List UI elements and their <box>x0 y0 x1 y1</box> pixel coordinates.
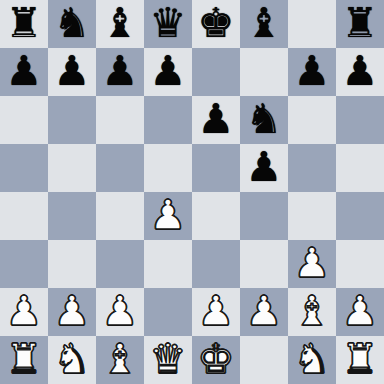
square-a5[interactable] <box>0 144 48 192</box>
square-b8[interactable]: ♞ <box>48 0 96 48</box>
square-d5[interactable] <box>144 144 192 192</box>
piece-black-pawn[interactable]: ♟ <box>342 47 379 95</box>
piece-black-knight[interactable]: ♞ <box>246 95 283 143</box>
square-h5[interactable] <box>336 144 384 192</box>
square-e5[interactable] <box>192 144 240 192</box>
piece-white-pawn[interactable]: ♟ <box>246 287 283 335</box>
piece-white-knight[interactable]: ♞ <box>294 335 331 383</box>
square-f8[interactable]: ♝ <box>240 0 288 48</box>
square-a1[interactable]: ♜ <box>0 336 48 384</box>
square-b4[interactable] <box>48 192 96 240</box>
square-g1[interactable]: ♞ <box>288 336 336 384</box>
square-d7[interactable]: ♟ <box>144 48 192 96</box>
square-g4[interactable] <box>288 192 336 240</box>
square-g6[interactable] <box>288 96 336 144</box>
piece-white-rook[interactable]: ♜ <box>342 335 379 383</box>
piece-white-rook[interactable]: ♜ <box>6 335 43 383</box>
piece-white-knight[interactable]: ♞ <box>54 335 91 383</box>
square-b7[interactable]: ♟ <box>48 48 96 96</box>
square-e1[interactable]: ♚ <box>192 336 240 384</box>
piece-black-pawn[interactable]: ♟ <box>102 47 139 95</box>
square-c3[interactable] <box>96 240 144 288</box>
piece-black-pawn[interactable]: ♟ <box>294 47 331 95</box>
piece-black-rook[interactable]: ♜ <box>6 0 43 47</box>
chess-board: ♜♞♝♛♚♝♜♟♟♟♟♟♟♟♞♟♟♟♟♟♟♟♟♝♟♜♞♝♛♚♞♜ <box>0 0 384 384</box>
square-h1[interactable]: ♜ <box>336 336 384 384</box>
square-f1[interactable] <box>240 336 288 384</box>
square-h2[interactable]: ♟ <box>336 288 384 336</box>
square-c8[interactable]: ♝ <box>96 0 144 48</box>
piece-white-bishop[interactable]: ♝ <box>102 335 139 383</box>
piece-white-queen[interactable]: ♛ <box>150 335 187 383</box>
square-h4[interactable] <box>336 192 384 240</box>
square-g5[interactable] <box>288 144 336 192</box>
square-c1[interactable]: ♝ <box>96 336 144 384</box>
square-e2[interactable]: ♟ <box>192 288 240 336</box>
square-g7[interactable]: ♟ <box>288 48 336 96</box>
piece-white-pawn[interactable]: ♟ <box>198 287 235 335</box>
square-d1[interactable]: ♛ <box>144 336 192 384</box>
square-a3[interactable] <box>0 240 48 288</box>
square-f3[interactable] <box>240 240 288 288</box>
square-h6[interactable] <box>336 96 384 144</box>
square-h3[interactable] <box>336 240 384 288</box>
square-c4[interactable] <box>96 192 144 240</box>
square-d4[interactable]: ♟ <box>144 192 192 240</box>
square-a7[interactable]: ♟ <box>0 48 48 96</box>
square-d3[interactable] <box>144 240 192 288</box>
square-c6[interactable] <box>96 96 144 144</box>
square-b3[interactable] <box>48 240 96 288</box>
piece-white-bishop[interactable]: ♝ <box>294 287 331 335</box>
square-b2[interactable]: ♟ <box>48 288 96 336</box>
square-c2[interactable]: ♟ <box>96 288 144 336</box>
piece-black-pawn[interactable]: ♟ <box>150 47 187 95</box>
square-g2[interactable]: ♝ <box>288 288 336 336</box>
square-f2[interactable]: ♟ <box>240 288 288 336</box>
piece-black-king[interactable]: ♚ <box>198 0 235 47</box>
square-e8[interactable]: ♚ <box>192 0 240 48</box>
square-a6[interactable] <box>0 96 48 144</box>
piece-black-pawn[interactable]: ♟ <box>6 47 43 95</box>
square-b6[interactable] <box>48 96 96 144</box>
square-c5[interactable] <box>96 144 144 192</box>
piece-black-knight[interactable]: ♞ <box>54 0 91 47</box>
square-e3[interactable] <box>192 240 240 288</box>
piece-black-rook[interactable]: ♜ <box>342 0 379 47</box>
piece-black-queen[interactable]: ♛ <box>150 0 187 47</box>
piece-white-pawn[interactable]: ♟ <box>150 191 187 239</box>
piece-black-pawn[interactable]: ♟ <box>198 95 235 143</box>
piece-white-pawn[interactable]: ♟ <box>342 287 379 335</box>
square-e7[interactable] <box>192 48 240 96</box>
square-h8[interactable]: ♜ <box>336 0 384 48</box>
square-e4[interactable] <box>192 192 240 240</box>
square-g3[interactable]: ♟ <box>288 240 336 288</box>
square-a4[interactable] <box>0 192 48 240</box>
piece-white-pawn[interactable]: ♟ <box>102 287 139 335</box>
square-h7[interactable]: ♟ <box>336 48 384 96</box>
piece-black-pawn[interactable]: ♟ <box>246 143 283 191</box>
square-b1[interactable]: ♞ <box>48 336 96 384</box>
square-d6[interactable] <box>144 96 192 144</box>
piece-white-pawn[interactable]: ♟ <box>6 287 43 335</box>
piece-black-bishop[interactable]: ♝ <box>102 0 139 47</box>
square-f7[interactable] <box>240 48 288 96</box>
piece-white-king[interactable]: ♚ <box>198 335 235 383</box>
piece-white-pawn[interactable]: ♟ <box>294 239 331 287</box>
square-b5[interactable] <box>48 144 96 192</box>
piece-white-pawn[interactable]: ♟ <box>54 287 91 335</box>
square-a2[interactable]: ♟ <box>0 288 48 336</box>
square-f6[interactable]: ♞ <box>240 96 288 144</box>
square-e6[interactable]: ♟ <box>192 96 240 144</box>
piece-black-pawn[interactable]: ♟ <box>54 47 91 95</box>
square-d8[interactable]: ♛ <box>144 0 192 48</box>
square-f5[interactable]: ♟ <box>240 144 288 192</box>
square-g8[interactable] <box>288 0 336 48</box>
square-d2[interactable] <box>144 288 192 336</box>
square-a8[interactable]: ♜ <box>0 0 48 48</box>
piece-black-bishop[interactable]: ♝ <box>246 0 283 47</box>
square-c7[interactable]: ♟ <box>96 48 144 96</box>
square-f4[interactable] <box>240 192 288 240</box>
